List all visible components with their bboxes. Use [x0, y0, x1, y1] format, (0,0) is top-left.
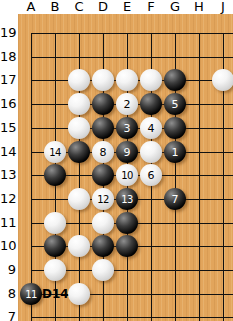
move-number: 6 [148, 169, 155, 182]
stone-D10[interactable] [92, 235, 114, 257]
move-number: 14 [49, 147, 61, 158]
move-number: 3 [124, 122, 131, 135]
move-number: 4 [148, 122, 155, 135]
row-label-7: 7 [0, 310, 16, 321]
stone-B9[interactable] [44, 259, 66, 281]
stone-G12[interactable]: 7 [164, 188, 186, 210]
stone-F15[interactable]: 4 [140, 117, 162, 139]
stone-F14[interactable] [140, 141, 162, 163]
stone-G14[interactable]: 1 [164, 141, 186, 163]
stone-B11[interactable] [44, 212, 66, 234]
column-label-J: J [215, 0, 231, 14]
row-label-14: 14 [0, 145, 16, 159]
stone-D14[interactable]: 8 [92, 141, 114, 163]
stone-E16[interactable]: 2 [116, 93, 138, 115]
stone-D17[interactable] [92, 69, 114, 91]
grid-line-col-A [31, 33, 32, 321]
move-number: 9 [124, 146, 131, 159]
row-label-17: 17 [0, 73, 16, 87]
move-number: 11 [25, 289, 37, 300]
stone-J17[interactable] [212, 69, 233, 91]
column-label-G: G [167, 0, 183, 14]
stone-E11[interactable] [116, 212, 138, 234]
stone-F13[interactable]: 6 [140, 164, 162, 186]
stone-C8[interactable] [68, 283, 90, 305]
go-diagram: 2534148911061213711 D14 ABCDEFGHJ1918171… [0, 0, 233, 321]
grid-line-row-18 [31, 57, 233, 58]
row-label-9: 9 [0, 263, 16, 277]
stone-D12[interactable]: 12 [92, 188, 114, 210]
column-label-B: B [47, 0, 63, 14]
stone-G17[interactable] [164, 69, 186, 91]
stone-B13[interactable] [44, 164, 66, 186]
grid-line-row-7 [31, 317, 233, 318]
stone-E10[interactable] [116, 235, 138, 257]
column-label-E: E [119, 0, 135, 14]
row-label-11: 11 [0, 216, 16, 230]
stone-C12[interactable] [68, 188, 90, 210]
stone-B14[interactable]: 14 [44, 141, 66, 163]
stone-E13[interactable]: 10 [116, 164, 138, 186]
row-label-16: 16 [0, 97, 16, 111]
column-label-C: C [71, 0, 87, 14]
move-number: 8 [100, 146, 107, 159]
move-number: 10 [121, 170, 133, 181]
move-number: 12 [97, 194, 109, 205]
stone-D9[interactable] [92, 259, 114, 281]
stone-C15[interactable] [68, 117, 90, 139]
column-label-A: A [23, 0, 39, 14]
stone-A8[interactable]: 11 [20, 283, 42, 305]
move-number: 2 [124, 98, 131, 111]
move-number: 13 [121, 194, 133, 205]
column-label-F: F [143, 0, 159, 14]
stone-C10[interactable] [68, 235, 90, 257]
stone-F16[interactable] [140, 93, 162, 115]
row-label-18: 18 [0, 50, 16, 64]
stone-C17[interactable] [68, 69, 90, 91]
stone-B10[interactable] [44, 235, 66, 257]
stone-D16[interactable] [92, 93, 114, 115]
stone-D13[interactable] [92, 164, 114, 186]
move-annotation: D14 [42, 287, 69, 301]
stone-D11[interactable] [92, 212, 114, 234]
column-label-H: H [191, 0, 207, 14]
stone-G16[interactable]: 5 [164, 93, 186, 115]
stone-F17[interactable] [140, 69, 162, 91]
row-label-12: 12 [0, 192, 16, 206]
stone-E12[interactable]: 13 [116, 188, 138, 210]
stone-G15[interactable] [164, 117, 186, 139]
stone-E15[interactable]: 3 [116, 117, 138, 139]
row-label-15: 15 [0, 121, 16, 135]
column-label-D: D [95, 0, 111, 14]
stone-C16[interactable] [68, 93, 90, 115]
stone-D15[interactable] [92, 117, 114, 139]
row-label-10: 10 [0, 239, 16, 253]
stone-E14[interactable]: 9 [116, 141, 138, 163]
row-label-8: 8 [0, 287, 16, 301]
row-label-19: 19 [0, 26, 16, 40]
move-number: 5 [172, 98, 179, 111]
move-number: 7 [172, 193, 179, 206]
grid-line-row-19 [31, 33, 233, 34]
stone-E17[interactable] [116, 69, 138, 91]
row-label-13: 13 [0, 168, 16, 182]
move-number: 1 [172, 146, 179, 159]
grid-line-col-H [199, 33, 200, 321]
stone-C14[interactable] [68, 141, 90, 163]
